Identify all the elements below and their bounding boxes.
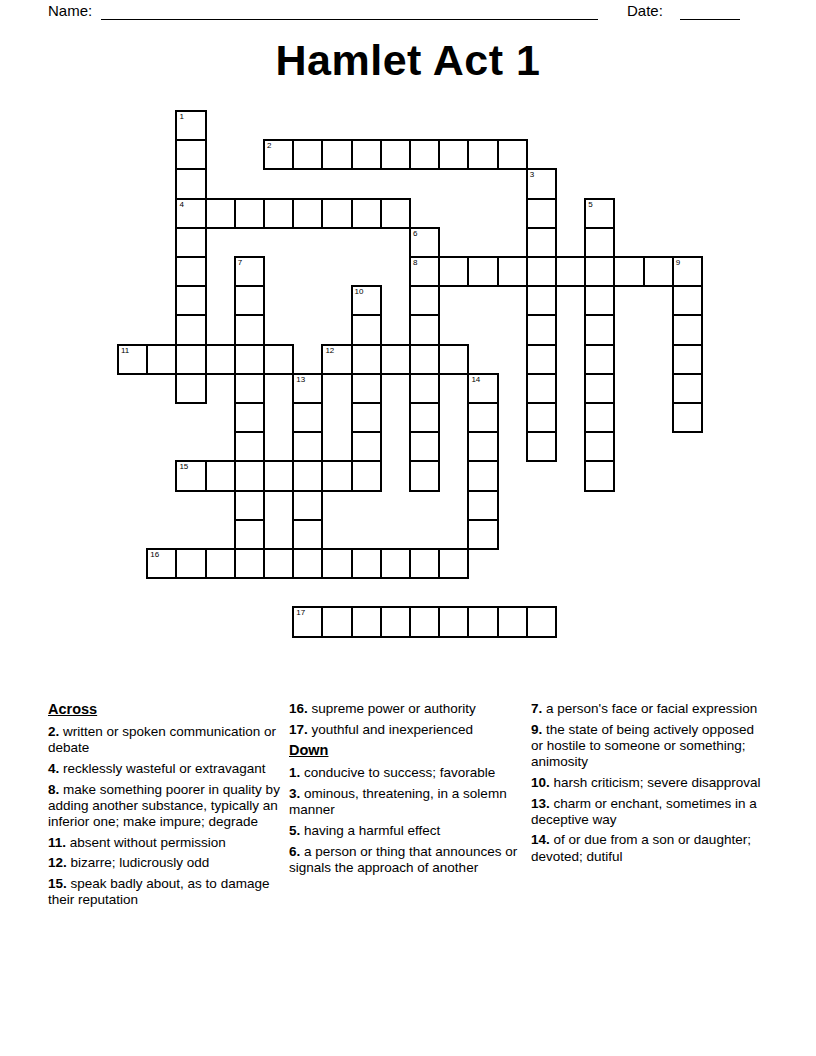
- clue-number-4: 4: [179, 200, 183, 209]
- cell-r8c11[interactable]: [438, 344, 469, 375]
- cell-r1c13[interactable]: [497, 139, 528, 170]
- clue-number-8: 8: [413, 258, 417, 267]
- cell-r14c4[interactable]: [234, 519, 265, 550]
- clue-text: conducive to success; favorable: [304, 765, 495, 780]
- cell-r14c12[interactable]: [467, 519, 498, 550]
- clue-text: written or spoken communication or debat…: [48, 724, 276, 755]
- cell-r3c14[interactable]: [526, 198, 557, 229]
- cell-r17c9[interactable]: [380, 606, 411, 637]
- cell-r9c2[interactable]: [175, 373, 206, 404]
- clue-num-label: 1.: [289, 765, 304, 780]
- cell-r7c16[interactable]: [584, 314, 615, 345]
- clue-text: absent without permission: [70, 835, 226, 850]
- crossword-board: 1234567891011121314151617: [117, 110, 705, 640]
- cell-r1c11[interactable]: [438, 139, 469, 170]
- cell-r5c19[interactable]: 9: [672, 256, 703, 287]
- cell-r15c1[interactable]: 16: [146, 548, 177, 579]
- clue-number-3: 3: [530, 170, 534, 179]
- clue-text: having a harmful effect: [304, 823, 440, 838]
- clue-num-label: 15.: [48, 876, 71, 891]
- cell-r15c10[interactable]: [409, 548, 440, 579]
- cell-r2c2[interactable]: [175, 168, 206, 199]
- cell-r2c14[interactable]: 3: [526, 168, 557, 199]
- clue-num-label: 3.: [289, 786, 304, 801]
- cell-r8c2[interactable]: [175, 344, 206, 375]
- clue-number-7: 7: [238, 258, 242, 267]
- cell-r17c12[interactable]: [467, 606, 498, 637]
- across-heading: Across: [48, 701, 286, 718]
- down-clue-13: 13. charm or enchant, sometimes in a dec…: [531, 796, 769, 828]
- clue-num-label: 8.: [48, 782, 63, 797]
- clue-num-label: 13.: [531, 796, 554, 811]
- across-clue-8: 8. make something poorer in quality by a…: [48, 782, 286, 831]
- cell-r7c8[interactable]: [351, 314, 382, 345]
- cell-r3c2[interactable]: 4: [175, 198, 206, 229]
- down-clue-9: 9. the state of being actively opposed o…: [531, 722, 769, 771]
- cell-r6c4[interactable]: [234, 285, 265, 316]
- cell-r15c11[interactable]: [438, 548, 469, 579]
- cell-r17c8[interactable]: [351, 606, 382, 637]
- cell-r9c14[interactable]: [526, 373, 557, 404]
- date-blank-line[interactable]: [680, 19, 740, 20]
- clue-number-1: 1: [179, 112, 183, 121]
- clue-number-17: 17: [296, 608, 305, 617]
- cell-r5c18[interactable]: [643, 256, 674, 287]
- cell-r11c14[interactable]: [526, 431, 557, 462]
- clue-text: ominous, threatening, in a solemn manner: [289, 786, 507, 817]
- cell-r6c8[interactable]: 10: [351, 285, 382, 316]
- cell-r15c2[interactable]: [175, 548, 206, 579]
- clue-column-3: 7. a person's face or facial expression9…: [531, 701, 769, 869]
- cell-r11c12[interactable]: [467, 431, 498, 462]
- clue-num-label: 4.: [48, 761, 63, 776]
- clue-text: supreme power or authority: [312, 701, 476, 716]
- clue-number-13: 13: [296, 375, 305, 384]
- cell-r9c16[interactable]: [584, 373, 615, 404]
- down-clue-14: 14. of or due from a son or daughter; de…: [531, 832, 769, 864]
- cell-r10c8[interactable]: [351, 402, 382, 433]
- cell-r1c12[interactable]: [467, 139, 498, 170]
- cell-r8c0[interactable]: 11: [117, 344, 148, 375]
- cell-r15c6[interactable]: [292, 548, 323, 579]
- cell-r7c2[interactable]: [175, 314, 206, 345]
- clue-number-16: 16: [150, 550, 159, 559]
- down-clue-7: 7. a person's face or facial expression: [531, 701, 769, 717]
- cell-r17c7[interactable]: [321, 606, 352, 637]
- across-clue-11: 11. absent without permission: [48, 835, 286, 851]
- cell-r8c3[interactable]: [205, 344, 236, 375]
- cell-r3c3[interactable]: [205, 198, 236, 229]
- cell-r7c10[interactable]: [409, 314, 440, 345]
- clue-text: speak badly about, as to damage their re…: [48, 876, 269, 907]
- clue-num-label: 11.: [48, 835, 70, 850]
- cell-r4c14[interactable]: [526, 227, 557, 258]
- clue-num-label: 5.: [289, 823, 304, 838]
- cell-r13c6[interactable]: [292, 490, 323, 521]
- cell-r8c16[interactable]: [584, 344, 615, 375]
- across-clue-2: 2. written or spoken communication or de…: [48, 724, 286, 756]
- clue-text: a person's face or facial expression: [546, 701, 757, 716]
- cell-r6c14[interactable]: [526, 285, 557, 316]
- cell-r1c9[interactable]: [380, 139, 411, 170]
- cell-r8c14[interactable]: [526, 344, 557, 375]
- cell-r11c8[interactable]: [351, 431, 382, 462]
- cell-r5c16[interactable]: [584, 256, 615, 287]
- cell-r5c2[interactable]: [175, 256, 206, 287]
- clue-number-5: 5: [588, 200, 592, 209]
- cell-r17c11[interactable]: [438, 606, 469, 637]
- cell-r15c4[interactable]: [234, 548, 265, 579]
- cell-r3c16[interactable]: 5: [584, 198, 615, 229]
- crossword-worksheet: { "game": "crossword", "title": "Hamlet …: [0, 0, 816, 1056]
- cell-r12c7[interactable]: [321, 460, 352, 491]
- clue-number-12: 12: [325, 346, 334, 355]
- clue-num-label: 2.: [48, 724, 63, 739]
- clue-number-10: 10: [355, 287, 364, 296]
- clue-text: youthful and inexperienced: [312, 722, 473, 737]
- cell-r15c9[interactable]: [380, 548, 411, 579]
- down-clue-5: 5. having a harmful effect: [289, 823, 527, 839]
- date-label: Date:: [627, 2, 663, 19]
- cell-r1c6[interactable]: [292, 139, 323, 170]
- cell-r12c4[interactable]: [234, 460, 265, 491]
- cell-r3c7[interactable]: [321, 198, 352, 229]
- cell-r17c10[interactable]: [409, 606, 440, 637]
- down-clue-3: 3. ominous, threatening, in a solemn man…: [289, 786, 527, 818]
- cell-r1c7[interactable]: [321, 139, 352, 170]
- cell-r1c10[interactable]: [409, 139, 440, 170]
- clue-num-label: 10.: [531, 775, 554, 790]
- clue-column-2: 16. supreme power or authority17. youthf…: [289, 701, 527, 881]
- cell-r5c13[interactable]: [497, 256, 528, 287]
- cell-r5c17[interactable]: [613, 256, 644, 287]
- cell-r3c6[interactable]: [292, 198, 323, 229]
- cell-r8c1[interactable]: [146, 344, 177, 375]
- cell-r15c8[interactable]: [351, 548, 382, 579]
- cell-r3c9[interactable]: [380, 198, 411, 229]
- cell-r12c16[interactable]: [584, 460, 615, 491]
- cell-r10c10[interactable]: [409, 402, 440, 433]
- down-clue-1: 1. conducive to success; favorable: [289, 765, 527, 781]
- cell-r11c10[interactable]: [409, 431, 440, 462]
- clue-number-2: 2: [267, 141, 271, 150]
- cell-r1c2[interactable]: [175, 139, 206, 170]
- clue-text: the state of being actively opposed or h…: [531, 722, 754, 769]
- cell-r12c6[interactable]: [292, 460, 323, 491]
- cell-r10c14[interactable]: [526, 402, 557, 433]
- cell-r5c14[interactable]: [526, 256, 557, 287]
- cell-r9c8[interactable]: [351, 373, 382, 404]
- cell-r8c7[interactable]: 12: [321, 344, 352, 375]
- cell-r13c12[interactable]: [467, 490, 498, 521]
- cell-r6c19[interactable]: [672, 285, 703, 316]
- down-clue-10: 10. harsh criticism; severe disapproval: [531, 775, 769, 791]
- cell-r6c2[interactable]: [175, 285, 206, 316]
- clue-column-1: Across2. written or spoken communication…: [48, 701, 286, 913]
- cell-r11c4[interactable]: [234, 431, 265, 462]
- cell-r12c5[interactable]: [263, 460, 294, 491]
- cell-r9c19[interactable]: [672, 373, 703, 404]
- cell-r17c6[interactable]: 17: [292, 606, 323, 637]
- cell-r17c13[interactable]: [497, 606, 528, 637]
- clue-text: make something poorer in quality by addi…: [48, 782, 280, 829]
- cell-r10c19[interactable]: [672, 402, 703, 433]
- clue-num-label: 16.: [289, 701, 312, 716]
- cell-r5c4[interactable]: 7: [234, 256, 265, 287]
- cell-r7c19[interactable]: [672, 314, 703, 345]
- name-label: Name:: [48, 2, 92, 19]
- cell-r8c5[interactable]: [263, 344, 294, 375]
- cell-r9c12[interactable]: 14: [467, 373, 498, 404]
- cell-r8c10[interactable]: [409, 344, 440, 375]
- clue-number-15: 15: [179, 462, 188, 471]
- across-clue-12: 12. bizarre; ludicrously odd: [48, 855, 286, 871]
- clue-text: a person or thing that announces or sign…: [289, 844, 517, 875]
- clue-num-label: 9.: [531, 722, 546, 737]
- cell-r11c16[interactable]: [584, 431, 615, 462]
- page-title: Hamlet Act 1: [0, 36, 816, 85]
- cell-r13c4[interactable]: [234, 490, 265, 521]
- cell-r12c3[interactable]: [205, 460, 236, 491]
- cell-r10c12[interactable]: [467, 402, 498, 433]
- cell-r7c4[interactable]: [234, 314, 265, 345]
- name-blank-line[interactable]: [101, 19, 598, 20]
- cell-r4c2[interactable]: [175, 227, 206, 258]
- clue-number-14: 14: [471, 375, 480, 384]
- cell-r5c10[interactable]: 8: [409, 256, 440, 287]
- across-clue-4: 4. recklessly wasteful or extravagant: [48, 761, 286, 777]
- clue-text: of or due from a son or daughter; devote…: [531, 832, 751, 863]
- cell-r8c19[interactable]: [672, 344, 703, 375]
- cell-r5c15[interactable]: [555, 256, 586, 287]
- cell-r11c6[interactable]: [292, 431, 323, 462]
- cell-r10c16[interactable]: [584, 402, 615, 433]
- cell-r5c12[interactable]: [467, 256, 498, 287]
- cell-r15c3[interactable]: [205, 548, 236, 579]
- clue-text: harsh criticism; severe disapproval: [554, 775, 761, 790]
- clue-num-label: 6.: [289, 844, 304, 859]
- clue-number-11: 11: [121, 346, 129, 355]
- clue-num-label: 12.: [48, 855, 71, 870]
- clue-text: bizarre; ludicrously odd: [71, 855, 210, 870]
- down-heading: Down: [289, 742, 527, 759]
- clue-num-label: 14.: [531, 832, 554, 847]
- clue-number-9: 9: [676, 258, 680, 267]
- cell-r10c6[interactable]: [292, 402, 323, 433]
- cell-r8c8[interactable]: [351, 344, 382, 375]
- across-clue-15: 15. speak badly about, as to damage thei…: [48, 876, 286, 908]
- cell-r9c10[interactable]: [409, 373, 440, 404]
- cell-r15c7[interactable]: [321, 548, 352, 579]
- cell-r9c4[interactable]: [234, 373, 265, 404]
- clue-number-6: 6: [413, 229, 417, 238]
- cell-r4c10[interactable]: 6: [409, 227, 440, 258]
- cell-r5c11[interactable]: [438, 256, 469, 287]
- cell-r3c8[interactable]: [351, 198, 382, 229]
- cell-r7c14[interactable]: [526, 314, 557, 345]
- cell-r0c2[interactable]: 1: [175, 110, 206, 141]
- cell-r15c5[interactable]: [263, 548, 294, 579]
- cell-r8c9[interactable]: [380, 344, 411, 375]
- cell-r17c14[interactable]: [526, 606, 557, 637]
- cell-r12c12[interactable]: [467, 460, 498, 491]
- cell-r8c4[interactable]: [234, 344, 265, 375]
- cell-r6c16[interactable]: [584, 285, 615, 316]
- cell-r14c6[interactable]: [292, 519, 323, 550]
- clue-text: recklessly wasteful or extravagant: [63, 761, 266, 776]
- cell-r3c4[interactable]: [234, 198, 265, 229]
- clue-num-label: 7.: [531, 701, 546, 716]
- cell-r9c6[interactable]: 13: [292, 373, 323, 404]
- cell-r12c8[interactable]: [351, 460, 382, 491]
- cell-r4c16[interactable]: [584, 227, 615, 258]
- cell-r1c8[interactable]: [351, 139, 382, 170]
- cell-r1c5[interactable]: 2: [263, 139, 294, 170]
- cell-r12c2[interactable]: 15: [175, 460, 206, 491]
- cell-r12c10[interactable]: [409, 460, 440, 491]
- down-clue-6: 6. a person or thing that announces or s…: [289, 844, 527, 876]
- cell-r10c4[interactable]: [234, 402, 265, 433]
- cell-r3c5[interactable]: [263, 198, 294, 229]
- across-clue-16: 16. supreme power or authority: [289, 701, 527, 717]
- clue-num-label: 17.: [289, 722, 312, 737]
- clue-text: charm or enchant, sometimes in a decepti…: [531, 796, 757, 827]
- across-clue-17: 17. youthful and inexperienced: [289, 722, 527, 738]
- cell-r6c10[interactable]: [409, 285, 440, 316]
